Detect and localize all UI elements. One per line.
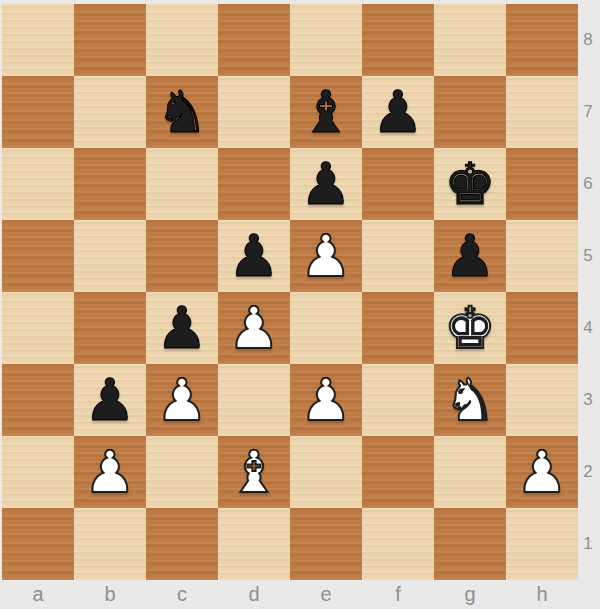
square-f2[interactable]	[362, 436, 434, 508]
square-a4[interactable]	[2, 292, 74, 364]
square-f4[interactable]	[362, 292, 434, 364]
white-bishop-d2[interactable]: ♝	[228, 436, 280, 508]
square-f5[interactable]	[362, 220, 434, 292]
file-label-f: f	[362, 580, 434, 609]
chess-app: ♞♝♟♟♚♟♟♟♟♟♚♟♟♟♞♟♝♟ 87654321 abcdefgh	[0, 0, 600, 609]
square-c6[interactable]	[146, 148, 218, 220]
square-b6[interactable]	[74, 148, 146, 220]
white-king-g4[interactable]: ♚	[444, 292, 496, 364]
file-coordinates: abcdefgh	[2, 580, 578, 609]
square-h4[interactable]	[506, 292, 578, 364]
square-g7[interactable]	[434, 76, 506, 148]
square-h2[interactable]: ♟	[506, 436, 578, 508]
square-a8[interactable]	[2, 4, 74, 76]
black-king-g6[interactable]: ♚	[444, 148, 496, 220]
chess-board: ♞♝♟♟♚♟♟♟♟♟♚♟♟♟♞♟♝♟	[2, 4, 578, 580]
file-label-d: d	[218, 580, 290, 609]
square-a7[interactable]	[2, 76, 74, 148]
white-pawn-b2[interactable]: ♟	[84, 436, 136, 508]
square-d1[interactable]	[218, 508, 290, 580]
square-f7[interactable]: ♟	[362, 76, 434, 148]
square-h6[interactable]	[506, 148, 578, 220]
square-g2[interactable]	[434, 436, 506, 508]
square-a3[interactable]	[2, 364, 74, 436]
square-c7[interactable]: ♞	[146, 76, 218, 148]
rank-coordinates: 87654321	[576, 4, 600, 580]
square-b5[interactable]	[74, 220, 146, 292]
file-label-g: g	[434, 580, 506, 609]
black-pawn-f7[interactable]: ♟	[372, 76, 424, 148]
square-h3[interactable]	[506, 364, 578, 436]
square-e3[interactable]: ♟	[290, 364, 362, 436]
file-label-a: a	[2, 580, 74, 609]
rank-label-8: 8	[576, 4, 600, 76]
square-g3[interactable]: ♞	[434, 364, 506, 436]
square-c4[interactable]: ♟	[146, 292, 218, 364]
square-e5[interactable]: ♟	[290, 220, 362, 292]
square-g6[interactable]: ♚	[434, 148, 506, 220]
square-b4[interactable]	[74, 292, 146, 364]
white-pawn-h2[interactable]: ♟	[516, 436, 568, 508]
rank-label-2: 2	[576, 436, 600, 508]
square-h1[interactable]	[506, 508, 578, 580]
square-e6[interactable]: ♟	[290, 148, 362, 220]
square-g4[interactable]: ♚	[434, 292, 506, 364]
square-g5[interactable]: ♟	[434, 220, 506, 292]
square-d6[interactable]	[218, 148, 290, 220]
square-a6[interactable]	[2, 148, 74, 220]
square-e1[interactable]	[290, 508, 362, 580]
white-pawn-c3[interactable]: ♟	[156, 364, 208, 436]
square-b7[interactable]	[74, 76, 146, 148]
black-pawn-c4[interactable]: ♟	[156, 292, 208, 364]
square-e4[interactable]	[290, 292, 362, 364]
file-label-c: c	[146, 580, 218, 609]
square-a2[interactable]	[2, 436, 74, 508]
square-h8[interactable]	[506, 4, 578, 76]
square-e2[interactable]	[290, 436, 362, 508]
square-f3[interactable]	[362, 364, 434, 436]
square-h7[interactable]	[506, 76, 578, 148]
black-pawn-e6[interactable]: ♟	[300, 148, 352, 220]
square-g1[interactable]	[434, 508, 506, 580]
black-bishop-e7[interactable]: ♝	[300, 76, 352, 148]
square-f6[interactable]	[362, 148, 434, 220]
black-pawn-g5[interactable]: ♟	[444, 220, 496, 292]
square-b2[interactable]: ♟	[74, 436, 146, 508]
square-c2[interactable]	[146, 436, 218, 508]
square-f8[interactable]	[362, 4, 434, 76]
black-knight-c7[interactable]: ♞	[156, 76, 208, 148]
square-h5[interactable]	[506, 220, 578, 292]
rank-label-1: 1	[576, 508, 600, 580]
white-pawn-e5[interactable]: ♟	[300, 220, 352, 292]
square-c5[interactable]	[146, 220, 218, 292]
file-label-b: b	[74, 580, 146, 609]
square-e8[interactable]	[290, 4, 362, 76]
square-g8[interactable]	[434, 4, 506, 76]
square-b3[interactable]: ♟	[74, 364, 146, 436]
square-f1[interactable]	[362, 508, 434, 580]
square-b1[interactable]	[74, 508, 146, 580]
file-label-h: h	[506, 580, 578, 609]
square-d5[interactable]: ♟	[218, 220, 290, 292]
file-label-e: e	[290, 580, 362, 609]
white-pawn-e3[interactable]: ♟	[300, 364, 352, 436]
black-pawn-b3[interactable]: ♟	[84, 364, 136, 436]
rank-label-4: 4	[576, 292, 600, 364]
black-pawn-d5[interactable]: ♟	[228, 220, 280, 292]
square-d3[interactable]	[218, 364, 290, 436]
rank-label-5: 5	[576, 220, 600, 292]
square-d4[interactable]: ♟	[218, 292, 290, 364]
square-b8[interactable]	[74, 4, 146, 76]
square-e7[interactable]: ♝	[290, 76, 362, 148]
square-a1[interactable]	[2, 508, 74, 580]
square-c3[interactable]: ♟	[146, 364, 218, 436]
square-d8[interactable]	[218, 4, 290, 76]
rank-label-7: 7	[576, 76, 600, 148]
rank-label-6: 6	[576, 148, 600, 220]
square-c8[interactable]	[146, 4, 218, 76]
white-knight-g3[interactable]: ♞	[444, 364, 496, 436]
square-c1[interactable]	[146, 508, 218, 580]
white-pawn-d4[interactable]: ♟	[228, 292, 280, 364]
square-d7[interactable]	[218, 76, 290, 148]
rank-label-3: 3	[576, 364, 600, 436]
square-d2[interactable]: ♝	[218, 436, 290, 508]
square-a5[interactable]	[2, 220, 74, 292]
